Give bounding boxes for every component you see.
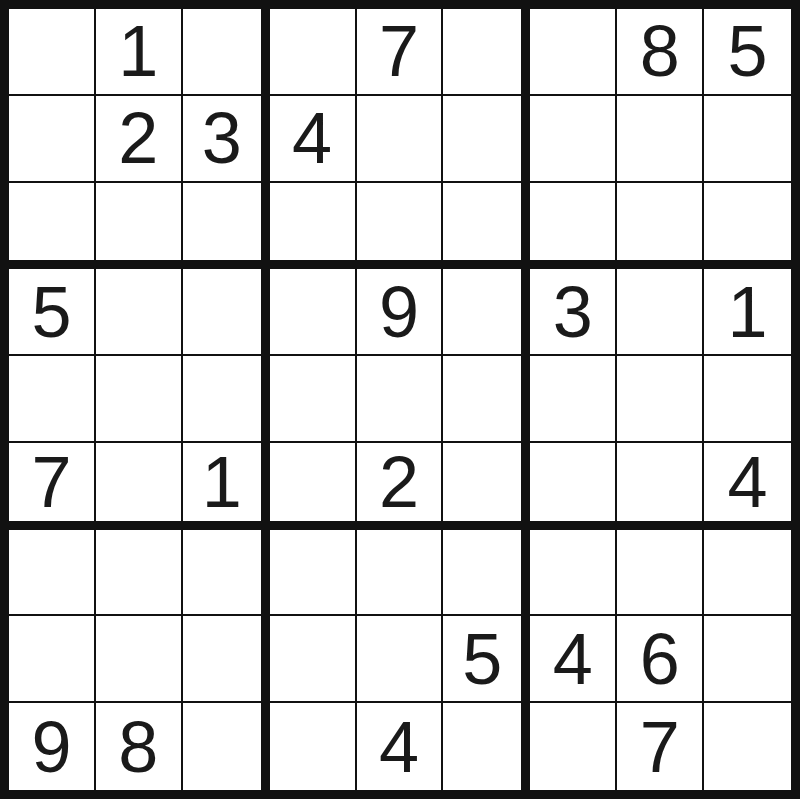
cell-r5c8-empty[interactable] bbox=[617, 356, 704, 443]
cell-r7c7-empty[interactable] bbox=[530, 530, 617, 617]
cell-r9c2-given: 8 bbox=[96, 703, 183, 790]
cell-r2c4-given: 4 bbox=[270, 96, 357, 183]
cell-r2c5-empty[interactable] bbox=[357, 96, 444, 183]
cell-r4c2-empty[interactable] bbox=[96, 269, 183, 356]
cell-r9c7-empty[interactable] bbox=[530, 703, 617, 790]
cell-r8c9-empty[interactable] bbox=[704, 616, 791, 703]
cell-r9c3-empty[interactable] bbox=[183, 703, 270, 790]
cell-r6c8-empty[interactable] bbox=[617, 443, 704, 530]
cell-r1c3-empty[interactable] bbox=[183, 9, 270, 96]
cell-r4c4-empty[interactable] bbox=[270, 269, 357, 356]
cell-r5c3-empty[interactable] bbox=[183, 356, 270, 443]
cell-r9c6-empty[interactable] bbox=[443, 703, 530, 790]
cell-r7c1-empty[interactable] bbox=[9, 530, 96, 617]
cell-r2c9-empty[interactable] bbox=[704, 96, 791, 183]
cell-r6c9-given: 4 bbox=[704, 443, 791, 530]
cell-r4c6-empty[interactable] bbox=[443, 269, 530, 356]
cell-r7c4-empty[interactable] bbox=[270, 530, 357, 617]
cell-r1c6-empty[interactable] bbox=[443, 9, 530, 96]
cell-r9c1-given: 9 bbox=[9, 703, 96, 790]
cell-r3c6-empty[interactable] bbox=[443, 183, 530, 270]
cell-r4c5-given: 9 bbox=[357, 269, 444, 356]
cell-r1c7-empty[interactable] bbox=[530, 9, 617, 96]
cell-r9c9-empty[interactable] bbox=[704, 703, 791, 790]
cell-r2c7-empty[interactable] bbox=[530, 96, 617, 183]
cell-r9c8-given: 7 bbox=[617, 703, 704, 790]
cell-r5c7-empty[interactable] bbox=[530, 356, 617, 443]
cell-r3c7-empty[interactable] bbox=[530, 183, 617, 270]
cell-r8c4-empty[interactable] bbox=[270, 616, 357, 703]
cell-r2c8-empty[interactable] bbox=[617, 96, 704, 183]
cell-r3c1-empty[interactable] bbox=[9, 183, 96, 270]
cell-r7c2-empty[interactable] bbox=[96, 530, 183, 617]
cell-r6c3-given: 1 bbox=[183, 443, 270, 530]
cell-r7c6-empty[interactable] bbox=[443, 530, 530, 617]
cell-r6c4-empty[interactable] bbox=[270, 443, 357, 530]
cell-r5c6-empty[interactable] bbox=[443, 356, 530, 443]
cell-r6c2-empty[interactable] bbox=[96, 443, 183, 530]
cell-r5c5-empty[interactable] bbox=[357, 356, 444, 443]
cell-r8c1-empty[interactable] bbox=[9, 616, 96, 703]
cell-r3c9-empty[interactable] bbox=[704, 183, 791, 270]
cell-r8c3-empty[interactable] bbox=[183, 616, 270, 703]
cell-r7c3-empty[interactable] bbox=[183, 530, 270, 617]
cell-r7c9-empty[interactable] bbox=[704, 530, 791, 617]
cell-r8c7-given: 4 bbox=[530, 616, 617, 703]
cell-r4c3-empty[interactable] bbox=[183, 269, 270, 356]
cell-r5c9-empty[interactable] bbox=[704, 356, 791, 443]
cell-r2c1-empty[interactable] bbox=[9, 96, 96, 183]
cell-r4c9-given: 1 bbox=[704, 269, 791, 356]
cell-r9c5-given: 4 bbox=[357, 703, 444, 790]
cell-r4c7-given: 3 bbox=[530, 269, 617, 356]
cell-r1c2-given: 1 bbox=[96, 9, 183, 96]
cell-r5c4-empty[interactable] bbox=[270, 356, 357, 443]
cell-r6c1-given: 7 bbox=[9, 443, 96, 530]
cell-r6c7-empty[interactable] bbox=[530, 443, 617, 530]
cell-r5c2-empty[interactable] bbox=[96, 356, 183, 443]
cell-r4c8-empty[interactable] bbox=[617, 269, 704, 356]
cell-r3c4-empty[interactable] bbox=[270, 183, 357, 270]
cell-r8c5-empty[interactable] bbox=[357, 616, 444, 703]
sudoku-board: 1785234593171245469847 bbox=[0, 0, 800, 799]
cell-r7c5-empty[interactable] bbox=[357, 530, 444, 617]
cell-r3c2-empty[interactable] bbox=[96, 183, 183, 270]
cell-r3c8-empty[interactable] bbox=[617, 183, 704, 270]
cell-r3c5-empty[interactable] bbox=[357, 183, 444, 270]
cell-r2c3-given: 3 bbox=[183, 96, 270, 183]
cell-r3c3-empty[interactable] bbox=[183, 183, 270, 270]
cell-r1c5-given: 7 bbox=[357, 9, 444, 96]
cell-r2c6-empty[interactable] bbox=[443, 96, 530, 183]
cell-r1c1-empty[interactable] bbox=[9, 9, 96, 96]
cell-r9c4-empty[interactable] bbox=[270, 703, 357, 790]
cell-r8c6-given: 5 bbox=[443, 616, 530, 703]
cell-r8c8-given: 6 bbox=[617, 616, 704, 703]
cell-r6c5-given: 2 bbox=[357, 443, 444, 530]
cell-r2c2-given: 2 bbox=[96, 96, 183, 183]
cell-r7c8-empty[interactable] bbox=[617, 530, 704, 617]
cell-r1c9-given: 5 bbox=[704, 9, 791, 96]
cell-r1c8-given: 8 bbox=[617, 9, 704, 96]
cell-r5c1-empty[interactable] bbox=[9, 356, 96, 443]
cell-r4c1-given: 5 bbox=[9, 269, 96, 356]
cell-r8c2-empty[interactable] bbox=[96, 616, 183, 703]
cell-r6c6-empty[interactable] bbox=[443, 443, 530, 530]
cell-r1c4-empty[interactable] bbox=[270, 9, 357, 96]
